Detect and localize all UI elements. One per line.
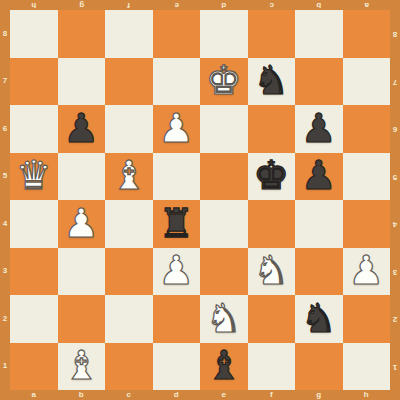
file-label-b: b [58,390,106,400]
file-labels-top: hgfedcba [10,0,390,10]
chess-board: ♚♞♟♟♟♛♝♚♟♟♜♟♞♟♞♞♝♝ [10,10,390,390]
square-f8[interactable] [248,10,296,58]
square-h5[interactable] [343,153,391,201]
square-g1[interactable] [295,343,343,391]
piece-black-king[interactable]: ♚ [253,155,289,195]
piece-black-rook[interactable]: ♜ [158,203,194,243]
rank-label-2: 2 [390,295,400,343]
file-label-c: c [248,0,296,10]
square-a2[interactable] [10,295,58,343]
square-b4[interactable]: ♟ [58,200,106,248]
square-b2[interactable] [58,295,106,343]
rank-label-8: 8 [0,10,10,58]
file-label-e: e [153,0,201,10]
square-g3[interactable] [295,248,343,296]
square-g4[interactable] [295,200,343,248]
square-a1[interactable] [10,343,58,391]
square-d5[interactable] [153,153,201,201]
piece-black-bishop[interactable]: ♝ [206,345,242,385]
square-h1[interactable] [343,343,391,391]
square-a7[interactable] [10,58,58,106]
file-label-f: f [248,390,296,400]
file-label-b: b [295,0,343,10]
piece-white-bishop[interactable]: ♝ [111,155,147,195]
rank-label-1: 1 [390,343,400,391]
square-h8[interactable] [343,10,391,58]
piece-black-pawn[interactable]: ♟ [301,155,337,195]
rank-label-5: 5 [390,153,400,201]
rank-label-6: 6 [0,105,10,153]
square-e5[interactable] [200,153,248,201]
file-label-h: h [10,0,58,10]
square-a3[interactable] [10,248,58,296]
rank-label-7: 7 [390,58,400,106]
square-e8[interactable] [200,10,248,58]
square-a5[interactable]: ♛ [10,153,58,201]
piece-white-pawn[interactable]: ♟ [63,203,99,243]
square-e7[interactable]: ♚ [200,58,248,106]
square-d6[interactable]: ♟ [153,105,201,153]
rank-label-4: 4 [390,200,400,248]
piece-white-queen[interactable]: ♛ [16,155,52,195]
file-label-g: g [58,0,106,10]
square-h4[interactable] [343,200,391,248]
file-label-a: a [10,390,58,400]
square-f7[interactable]: ♞ [248,58,296,106]
square-d2[interactable] [153,295,201,343]
rank-label-2: 2 [0,295,10,343]
file-label-g: g [295,390,343,400]
square-f3[interactable]: ♞ [248,248,296,296]
chess-board-window: hgfedcba abcdefgh 87654321 87654321 ♚♞♟♟… [0,0,400,400]
rank-label-6: 6 [390,105,400,153]
square-e1[interactable]: ♝ [200,343,248,391]
square-e6[interactable] [200,105,248,153]
square-f1[interactable] [248,343,296,391]
piece-black-knight[interactable]: ♞ [301,298,337,338]
square-e3[interactable] [200,248,248,296]
rank-label-1: 1 [0,343,10,391]
piece-white-pawn[interactable]: ♟ [348,250,384,290]
square-c3[interactable] [105,248,153,296]
file-label-f: f [105,0,153,10]
rank-labels-right: 87654321 [390,10,400,390]
file-label-a: a [343,0,391,10]
square-c2[interactable] [105,295,153,343]
piece-white-king[interactable]: ♚ [206,60,242,100]
rank-labels-left: 87654321 [0,10,10,390]
square-d3[interactable]: ♟ [153,248,201,296]
piece-black-knight[interactable]: ♞ [253,60,289,100]
square-g2[interactable]: ♞ [295,295,343,343]
square-b1[interactable]: ♝ [58,343,106,391]
square-f6[interactable] [248,105,296,153]
rank-label-3: 3 [0,248,10,296]
square-h3[interactable]: ♟ [343,248,391,296]
square-b7[interactable] [58,58,106,106]
file-label-d: d [153,390,201,400]
square-c7[interactable] [105,58,153,106]
square-c6[interactable] [105,105,153,153]
square-b3[interactable] [58,248,106,296]
square-e2[interactable]: ♞ [200,295,248,343]
square-b8[interactable] [58,10,106,58]
rank-label-7: 7 [0,58,10,106]
square-a6[interactable] [10,105,58,153]
square-d4[interactable]: ♜ [153,200,201,248]
square-h2[interactable] [343,295,391,343]
square-d7[interactable] [153,58,201,106]
square-b6[interactable]: ♟ [58,105,106,153]
square-f5[interactable]: ♚ [248,153,296,201]
piece-white-knight[interactable]: ♞ [253,250,289,290]
square-a8[interactable] [10,10,58,58]
piece-white-pawn[interactable]: ♟ [158,108,194,148]
square-f2[interactable] [248,295,296,343]
square-e4[interactable] [200,200,248,248]
square-g8[interactable] [295,10,343,58]
square-d8[interactable] [153,10,201,58]
square-c4[interactable] [105,200,153,248]
piece-white-knight[interactable]: ♞ [206,298,242,338]
piece-white-bishop[interactable]: ♝ [63,345,99,385]
square-g7[interactable] [295,58,343,106]
square-h7[interactable] [343,58,391,106]
file-label-c: c [105,390,153,400]
square-c1[interactable] [105,343,153,391]
square-b5[interactable] [58,153,106,201]
file-label-e: e [200,390,248,400]
piece-white-pawn[interactable]: ♟ [158,250,194,290]
rank-label-5: 5 [0,153,10,201]
square-c5[interactable]: ♝ [105,153,153,201]
square-a4[interactable] [10,200,58,248]
file-label-h: h [343,390,391,400]
square-f4[interactable] [248,200,296,248]
square-h6[interactable] [343,105,391,153]
square-d1[interactable] [153,343,201,391]
piece-black-pawn[interactable]: ♟ [63,108,99,148]
rank-label-4: 4 [0,200,10,248]
square-g5[interactable]: ♟ [295,153,343,201]
piece-black-pawn[interactable]: ♟ [301,108,337,148]
rank-label-8: 8 [390,10,400,58]
file-label-d: d [200,0,248,10]
file-labels-bottom: abcdefgh [10,390,390,400]
rank-label-3: 3 [390,248,400,296]
square-g6[interactable]: ♟ [295,105,343,153]
square-c8[interactable] [105,10,153,58]
